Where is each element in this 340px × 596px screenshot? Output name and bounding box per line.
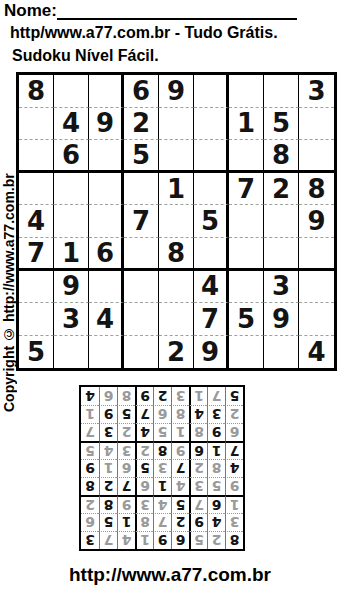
puzzle-cell-r7c5[interactable] [159,271,194,304]
puzzle-cell-r2c1[interactable] [19,108,54,141]
solution-cell-r6c2: 1 [207,441,225,459]
puzzle-cell-r2c4[interactable]: 2 [124,108,159,141]
solution-cell-r1c8: 7 [99,531,117,549]
solution-cell-r7c4: 1 [171,423,189,441]
puzzle-cell-r4c6[interactable] [194,173,229,206]
solution-cell-r2c7: 1 [117,513,135,531]
solution-cell-r9c7: 8 [117,387,135,405]
puzzle-cell-r9c5[interactable]: 2 [159,336,194,369]
puzzle-cell-r9c2[interactable] [54,336,89,369]
puzzle-cell-r3c5[interactable] [159,140,194,173]
puzzle-cell-r1c9[interactable]: 3 [299,75,334,108]
footer-url: http://www.a77.com.br [0,564,340,586]
solution-cell-r4c4: 4 [171,477,189,495]
puzzle-cell-r9c8[interactable] [264,336,299,369]
sudoku-solution-grid-rotated: 8256914733492781561675439829534167284827… [79,385,245,551]
solution-cell-r9c2: 7 [207,387,225,405]
solution-cell-r6c4: 9 [171,441,189,459]
solution-cell-r8c8: 9 [99,405,117,423]
solution-cell-r7c1: 6 [225,423,243,441]
solution-cell-r7c6: 4 [135,423,153,441]
puzzle-cell-r4c9[interactable]: 8 [299,173,334,206]
solution-cell-r4c1: 9 [225,477,243,495]
solution-cell-r5c6: 5 [135,459,153,477]
puzzle-cell-r3c8[interactable]: 8 [264,140,299,173]
puzzle-cell-r8c6[interactable]: 7 [194,303,229,336]
solution-cell-r7c8: 3 [99,423,117,441]
solution-cell-r1c7: 4 [117,531,135,549]
puzzle-cell-r1c2[interactable] [54,75,89,108]
puzzle-cell-r7c8[interactable]: 3 [264,271,299,304]
solution-cell-r3c9: 2 [81,495,99,513]
puzzle-cell-r9c7[interactable] [229,336,264,369]
solution-cell-r5c8: 1 [99,459,117,477]
puzzle-cell-r2c8[interactable]: 5 [264,108,299,141]
name-label: Nome: [4,1,57,20]
puzzle-cell-r6c2[interactable]: 1 [54,238,89,271]
puzzle-cell-r1c7[interactable] [229,75,264,108]
solution-cell-r4c9: 8 [81,477,99,495]
puzzle-cell-r4c1[interactable] [19,173,54,206]
solution-cell-r3c2: 6 [207,495,225,513]
solution-cell-r2c3: 9 [189,513,207,531]
solution-cell-r6c6: 2 [135,441,153,459]
solution-cell-r8c2: 3 [207,405,225,423]
puzzle-cell-r9c4[interactable] [124,336,159,369]
solution-cell-r5c9: 9 [81,459,99,477]
solution-cell-r5c2: 8 [207,459,225,477]
puzzle-cell-r4c7[interactable]: 7 [229,173,264,206]
solution-cell-r2c9: 6 [81,513,99,531]
puzzle-cell-r7c4[interactable] [124,271,159,304]
solution-cell-r7c9: 7 [81,423,99,441]
solution-cell-r5c7: 6 [117,459,135,477]
solution-cell-r2c6: 8 [135,513,153,531]
solution-cell-r1c9: 3 [81,531,99,549]
site-url-heading: http/www.a77.com.br - Tudo Grátis. [10,24,278,42]
solution-cell-r1c5: 9 [153,531,171,549]
solution-cell-r4c2: 5 [207,477,225,495]
puzzle-cell-r5c7[interactable] [229,205,264,238]
puzzle-cell-r6c8[interactable] [264,238,299,271]
solution-cell-r2c4: 2 [171,513,189,531]
puzzle-cell-r6c9[interactable] [299,238,334,271]
solution-cell-r7c7: 2 [117,423,135,441]
puzzle-cell-r8c1[interactable] [19,303,54,336]
solution-cell-r2c1: 3 [225,513,243,531]
name-row: Nome: [4,1,297,20]
solution-cell-r4c3: 3 [189,477,207,495]
puzzle-cell-r5c3[interactable] [89,205,124,238]
puzzle-cell-r6c3[interactable]: 6 [89,238,124,271]
sudoku-puzzle-grid[interactable]: 869349215658172847597168943347595294 [16,72,337,371]
puzzle-cell-r6c4[interactable] [124,238,159,271]
solution-cell-r4c6: 6 [135,477,153,495]
puzzle-cell-r7c9[interactable] [299,271,334,304]
solution-cell-r7c3: 8 [189,423,207,441]
solution-cell-r9c8: 6 [99,387,117,405]
puzzle-cell-r8c5[interactable] [159,303,194,336]
puzzle-cell-r5c1[interactable]: 4 [19,205,54,238]
solution-cell-r4c7: 7 [117,477,135,495]
solution-cell-r7c2: 9 [207,423,225,441]
solution-cell-r3c6: 3 [135,495,153,513]
solution-cell-r9c4: 3 [171,387,189,405]
solution-cell-r8c1: 2 [225,405,243,423]
puzzle-cell-r8c2[interactable]: 3 [54,303,89,336]
puzzle-cell-r1c8[interactable] [264,75,299,108]
solution-cell-r2c8: 5 [99,513,117,531]
solution-cell-r3c8: 8 [99,495,117,513]
solution-cell-r1c4: 6 [171,531,189,549]
puzzle-cell-r1c6[interactable] [194,75,229,108]
puzzle-cell-r7c2[interactable]: 9 [54,271,89,304]
solution-cell-r1c2: 2 [207,531,225,549]
puzzle-cell-r3c7[interactable] [229,140,264,173]
puzzle-level-heading: Sudoku Nível Fácil. [12,47,159,65]
puzzle-cell-r2c6[interactable] [194,108,229,141]
solution-cell-r9c9: 4 [81,387,99,405]
puzzle-cell-r6c7[interactable] [229,238,264,271]
solution-cell-r1c1: 8 [225,531,243,549]
puzzle-cell-r4c5[interactable]: 1 [159,173,194,206]
solution-cell-r5c3: 2 [189,459,207,477]
puzzle-cell-r5c6[interactable]: 5 [194,205,229,238]
puzzle-cell-r2c7[interactable]: 1 [229,108,264,141]
solution-cell-r6c3: 6 [189,441,207,459]
solution-cell-r2c5: 7 [153,513,171,531]
puzzle-cell-r3c1[interactable] [19,140,54,173]
puzzle-cell-r8c4[interactable] [124,303,159,336]
sudoku-worksheet-page: Nome: http/www.a77.com.br - Tudo Grátis.… [0,0,340,596]
puzzle-cell-r7c7[interactable] [229,271,264,304]
solution-cell-r6c5: 8 [153,441,171,459]
solution-cell-r6c7: 3 [117,441,135,459]
puzzle-cell-r8c3[interactable]: 4 [89,303,124,336]
puzzle-cell-r1c4[interactable]: 6 [124,75,159,108]
puzzle-cell-r1c1[interactable]: 8 [19,75,54,108]
solution-cell-r3c7: 9 [117,495,135,513]
puzzle-cell-r4c3[interactable] [89,173,124,206]
puzzle-cell-r2c5[interactable] [159,108,194,141]
solution-cell-r1c3: 5 [189,531,207,549]
solution-cell-r9c5: 2 [153,387,171,405]
puzzle-cell-r2c3[interactable]: 9 [89,108,124,141]
puzzle-cell-r3c9[interactable] [299,140,334,173]
solution-cell-r1c6: 1 [135,531,153,549]
puzzle-cell-r4c8[interactable]: 2 [264,173,299,206]
puzzle-cell-r2c2[interactable]: 4 [54,108,89,141]
solution-cell-r3c5: 4 [153,495,171,513]
solution-cell-r3c1: 1 [225,495,243,513]
solution-cell-r5c1: 4 [225,459,243,477]
solution-cell-r4c5: 1 [153,477,171,495]
solution-cell-r3c3: 7 [189,495,207,513]
solution-cell-r8c6: 7 [135,405,153,423]
puzzle-cell-r5c9[interactable]: 9 [299,205,334,238]
puzzle-cell-r6c1[interactable]: 7 [19,238,54,271]
puzzle-cell-r3c4[interactable]: 5 [124,140,159,173]
solution-cell-r8c7: 5 [117,405,135,423]
puzzle-cell-r5c4[interactable]: 7 [124,205,159,238]
puzzle-cell-r7c6[interactable]: 4 [194,271,229,304]
solution-cell-r8c9: 1 [81,405,99,423]
puzzle-cell-r5c8[interactable] [264,205,299,238]
solution-cell-r9c6: 9 [135,387,153,405]
puzzle-cell-r9c1[interactable]: 5 [19,336,54,369]
solution-cell-r9c3: 1 [189,387,207,405]
puzzle-cell-r9c9[interactable]: 4 [299,336,334,369]
puzzle-cell-r8c9[interactable] [299,303,334,336]
puzzle-cell-r6c5[interactable]: 8 [159,238,194,271]
solution-cell-r3c4: 5 [171,495,189,513]
solution-cell-r2c2: 4 [207,513,225,531]
puzzle-cell-r9c3[interactable] [89,336,124,369]
puzzle-cell-r5c2[interactable] [54,205,89,238]
puzzle-cell-r9c6[interactable]: 9 [194,336,229,369]
name-blank-line [57,1,297,20]
puzzle-cell-r8c8[interactable]: 9 [264,303,299,336]
puzzle-cell-r8c7[interactable]: 5 [229,303,264,336]
solution-cell-r5c5: 3 [153,459,171,477]
solution-cell-r8c4: 8 [171,405,189,423]
puzzle-cell-r4c2[interactable] [54,173,89,206]
puzzle-cell-r2c9[interactable] [299,108,334,141]
puzzle-cell-r7c1[interactable] [19,271,54,304]
solution-cell-r6c1: 7 [225,441,243,459]
puzzle-cell-r4c4[interactable] [124,173,159,206]
puzzle-cell-r1c5[interactable]: 9 [159,75,194,108]
solution-cell-r9c1: 5 [225,387,243,405]
puzzle-cell-r5c5[interactable] [159,205,194,238]
puzzle-cell-r1c3[interactable] [89,75,124,108]
solution-cell-r6c9: 5 [81,441,99,459]
puzzle-cell-r3c3[interactable] [89,140,124,173]
puzzle-cell-r3c6[interactable] [194,140,229,173]
solution-cell-r8c5: 6 [153,405,171,423]
solution-cell-r7c5: 5 [153,423,171,441]
puzzle-cell-r7c3[interactable] [89,271,124,304]
solution-cell-r5c4: 7 [171,459,189,477]
solution-cell-r4c8: 2 [99,477,117,495]
puzzle-cell-r3c2[interactable]: 6 [54,140,89,173]
puzzle-cell-r6c6[interactable] [194,238,229,271]
solution-cell-r6c8: 4 [99,441,117,459]
solution-cell-r8c3: 4 [189,405,207,423]
